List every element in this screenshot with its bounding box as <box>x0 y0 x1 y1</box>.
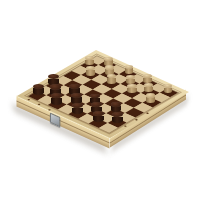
dowel-dot <box>37 103 40 105</box>
dowel-dot <box>134 119 137 121</box>
product-photo <box>0 0 200 200</box>
dowel-dot <box>145 112 148 114</box>
dowel-dot <box>48 109 51 111</box>
dowel-dot <box>27 99 30 101</box>
dowel-dot <box>123 125 126 127</box>
